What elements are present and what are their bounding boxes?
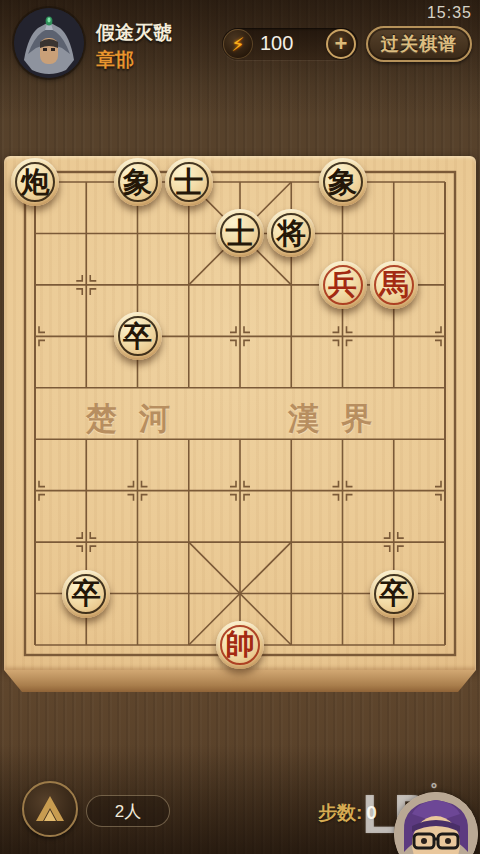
opponent-name: 章邯 [96,47,134,73]
piece-red-馬[interactable]: 馬 [370,261,418,309]
piece-red-兵[interactable]: 兵 [319,261,367,309]
piece-black-卒[interactable]: 卒 [62,570,110,618]
board-bevel [4,670,476,692]
piece-black-卒[interactable]: 卒 [370,570,418,618]
cartoon-avatar-image [394,792,478,854]
piece-black-象[interactable]: 象 [319,158,367,206]
move-counter-label: 步数: [318,802,362,823]
move-counter-value: 0 [366,802,377,823]
clock-time: 15:35 [427,4,472,22]
piece-red-帥[interactable]: 帥 [216,621,264,669]
warrior-avatar-image [14,8,84,78]
piece-black-炮[interactable]: 炮 [11,158,59,206]
up-chevron-icon [33,794,67,824]
piece-black-卒[interactable]: 卒 [114,312,162,360]
players-count-badge[interactable]: 2人 [86,795,170,827]
stage-title: 假途灭虢 [96,20,172,46]
add-energy-button[interactable]: + [326,29,356,59]
move-counter: 步数:0 [318,800,377,826]
app-screen: 15:35 假途灭虢 章邯 ⚡ 100 + 过关棋谱 楚河 漢界 炮象士象士将兵… [0,0,480,854]
self-avatar[interactable] [394,792,478,854]
energy-value: 100 [260,32,293,55]
piece-black-象[interactable]: 象 [114,158,162,206]
players-count-label: 2人 [115,800,141,823]
lightning-icon: ⚡ [223,29,253,59]
puzzle-records-button[interactable]: 过关棋谱 [366,26,472,62]
player-avatar[interactable] [14,8,84,78]
piece-black-士[interactable]: 士 [165,158,213,206]
expand-menu-button[interactable] [22,781,78,837]
